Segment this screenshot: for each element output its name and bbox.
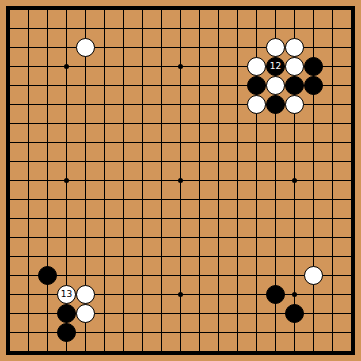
- board-intersection[interactable]: [285, 133, 304, 152]
- board-intersection[interactable]: [209, 114, 228, 133]
- stone-black[interactable]: [304, 76, 323, 95]
- board-intersection[interactable]: [323, 323, 342, 342]
- board-intersection[interactable]: [38, 342, 57, 361]
- board-intersection[interactable]: [0, 133, 19, 152]
- board-intersection[interactable]: [266, 152, 285, 171]
- board-intersection[interactable]: [19, 76, 38, 95]
- board-intersection[interactable]: [209, 190, 228, 209]
- board-intersection[interactable]: [304, 95, 323, 114]
- board-intersection[interactable]: [171, 95, 190, 114]
- board-intersection[interactable]: [57, 76, 76, 95]
- board-intersection[interactable]: [190, 323, 209, 342]
- board-intersection[interactable]: [247, 228, 266, 247]
- board-intersection[interactable]: [209, 133, 228, 152]
- board-intersection[interactable]: [38, 190, 57, 209]
- board-intersection[interactable]: [209, 76, 228, 95]
- board-intersection[interactable]: [133, 19, 152, 38]
- board-intersection[interactable]: [323, 285, 342, 304]
- board-intersection[interactable]: [19, 95, 38, 114]
- board-intersection[interactable]: [285, 0, 304, 19]
- board-intersection[interactable]: [57, 152, 76, 171]
- board-intersection[interactable]: [304, 228, 323, 247]
- board-intersection[interactable]: [190, 114, 209, 133]
- board-intersection[interactable]: [342, 171, 361, 190]
- board-intersection[interactable]: [76, 247, 95, 266]
- board-intersection[interactable]: [38, 209, 57, 228]
- board-intersection[interactable]: [266, 114, 285, 133]
- board-intersection[interactable]: [0, 190, 19, 209]
- board-intersection[interactable]: [19, 228, 38, 247]
- board-intersection[interactable]: [228, 57, 247, 76]
- board-intersection[interactable]: [342, 247, 361, 266]
- board-intersection[interactable]: [266, 209, 285, 228]
- board-intersection[interactable]: [0, 323, 19, 342]
- board-intersection[interactable]: [57, 190, 76, 209]
- board-intersection[interactable]: [209, 57, 228, 76]
- board-intersection[interactable]: [95, 209, 114, 228]
- board-intersection[interactable]: [342, 57, 361, 76]
- board-intersection[interactable]: [76, 190, 95, 209]
- board-intersection[interactable]: [342, 285, 361, 304]
- board-intersection[interactable]: [57, 133, 76, 152]
- board-intersection[interactable]: [114, 57, 133, 76]
- board-intersection[interactable]: [190, 152, 209, 171]
- board-intersection[interactable]: [190, 38, 209, 57]
- board-intersection[interactable]: [342, 114, 361, 133]
- board-intersection[interactable]: [304, 323, 323, 342]
- board-intersection[interactable]: [114, 0, 133, 19]
- board-intersection[interactable]: [57, 95, 76, 114]
- board-intersection[interactable]: [133, 342, 152, 361]
- board-intersection[interactable]: [323, 247, 342, 266]
- board-intersection[interactable]: [152, 95, 171, 114]
- board-intersection[interactable]: [171, 323, 190, 342]
- board-intersection[interactable]: [190, 209, 209, 228]
- board-intersection[interactable]: [190, 95, 209, 114]
- board-intersection[interactable]: [228, 76, 247, 95]
- board-intersection[interactable]: [209, 285, 228, 304]
- board-intersection[interactable]: [76, 76, 95, 95]
- board-intersection[interactable]: [76, 266, 95, 285]
- board-intersection[interactable]: [0, 114, 19, 133]
- board-intersection[interactable]: [0, 247, 19, 266]
- board-intersection[interactable]: [19, 190, 38, 209]
- board-intersection[interactable]: [304, 190, 323, 209]
- board-intersection[interactable]: [0, 228, 19, 247]
- board-intersection[interactable]: [342, 76, 361, 95]
- board-intersection[interactable]: [247, 266, 266, 285]
- board-intersection[interactable]: [133, 323, 152, 342]
- board-intersection[interactable]: [323, 152, 342, 171]
- board-intersection[interactable]: [114, 209, 133, 228]
- board-intersection[interactable]: [76, 209, 95, 228]
- board-intersection[interactable]: [304, 19, 323, 38]
- board-intersection[interactable]: [38, 133, 57, 152]
- board-intersection[interactable]: [228, 19, 247, 38]
- stone-white[interactable]: [285, 57, 304, 76]
- board-intersection[interactable]: [152, 190, 171, 209]
- board-intersection[interactable]: [57, 247, 76, 266]
- board-intersection[interactable]: [114, 266, 133, 285]
- board-intersection[interactable]: [209, 342, 228, 361]
- board-intersection[interactable]: [152, 266, 171, 285]
- board-intersection[interactable]: [171, 209, 190, 228]
- board-intersection[interactable]: [95, 76, 114, 95]
- board-intersection[interactable]: [247, 152, 266, 171]
- board-intersection[interactable]: [19, 38, 38, 57]
- board-intersection[interactable]: [114, 323, 133, 342]
- board-intersection[interactable]: [228, 266, 247, 285]
- board-intersection[interactable]: [285, 190, 304, 209]
- board-intersection[interactable]: [266, 19, 285, 38]
- board-intersection[interactable]: [95, 323, 114, 342]
- board-intersection[interactable]: [228, 152, 247, 171]
- board-intersection[interactable]: [247, 19, 266, 38]
- board-intersection[interactable]: [171, 342, 190, 361]
- board-intersection[interactable]: [152, 342, 171, 361]
- board-intersection[interactable]: [323, 19, 342, 38]
- board-intersection[interactable]: [152, 285, 171, 304]
- board-intersection[interactable]: [38, 95, 57, 114]
- board-intersection[interactable]: [342, 133, 361, 152]
- board-intersection[interactable]: [133, 133, 152, 152]
- board-intersection[interactable]: [38, 114, 57, 133]
- board-intersection[interactable]: [95, 266, 114, 285]
- board-intersection[interactable]: [323, 342, 342, 361]
- board-intersection[interactable]: [285, 228, 304, 247]
- board-intersection[interactable]: [209, 95, 228, 114]
- board-intersection[interactable]: [171, 152, 190, 171]
- board-intersection[interactable]: [76, 133, 95, 152]
- stone-white[interactable]: [76, 285, 95, 304]
- stone-white[interactable]: [247, 57, 266, 76]
- board-intersection[interactable]: [114, 19, 133, 38]
- board-intersection[interactable]: [95, 342, 114, 361]
- board-intersection[interactable]: [114, 228, 133, 247]
- board-intersection[interactable]: [171, 133, 190, 152]
- board-intersection[interactable]: [323, 95, 342, 114]
- board-intersection[interactable]: [228, 323, 247, 342]
- board-intersection[interactable]: [247, 38, 266, 57]
- board-intersection[interactable]: [133, 57, 152, 76]
- board-intersection[interactable]: [323, 228, 342, 247]
- board-intersection[interactable]: [304, 0, 323, 19]
- board-intersection[interactable]: [38, 0, 57, 19]
- board-intersection[interactable]: [323, 171, 342, 190]
- board-intersection[interactable]: [152, 228, 171, 247]
- board-intersection[interactable]: [190, 304, 209, 323]
- board-intersection[interactable]: [285, 266, 304, 285]
- board-intersection[interactable]: [76, 323, 95, 342]
- board-intersection[interactable]: [133, 190, 152, 209]
- board-intersection[interactable]: [342, 342, 361, 361]
- board-intersection[interactable]: [133, 228, 152, 247]
- board-intersection[interactable]: [171, 228, 190, 247]
- stone-white[interactable]: [76, 304, 95, 323]
- board-intersection[interactable]: [114, 76, 133, 95]
- board-intersection[interactable]: [304, 285, 323, 304]
- board-intersection[interactable]: [171, 38, 190, 57]
- board-intersection[interactable]: [228, 304, 247, 323]
- board-intersection[interactable]: [57, 342, 76, 361]
- board-intersection[interactable]: [38, 304, 57, 323]
- board-intersection[interactable]: [304, 247, 323, 266]
- board-intersection[interactable]: [76, 228, 95, 247]
- board-intersection[interactable]: [171, 0, 190, 19]
- board-intersection[interactable]: [304, 114, 323, 133]
- board-intersection[interactable]: [76, 342, 95, 361]
- board-intersection[interactable]: [133, 114, 152, 133]
- board-intersection[interactable]: [76, 152, 95, 171]
- board-intersection[interactable]: [19, 247, 38, 266]
- board-intersection[interactable]: [228, 171, 247, 190]
- board-intersection[interactable]: [342, 304, 361, 323]
- board-intersection[interactable]: [57, 209, 76, 228]
- board-intersection[interactable]: [133, 304, 152, 323]
- board-intersection[interactable]: [152, 304, 171, 323]
- board-intersection[interactable]: [323, 57, 342, 76]
- board-intersection[interactable]: [266, 304, 285, 323]
- board-intersection[interactable]: [190, 228, 209, 247]
- board-intersection[interactable]: [95, 228, 114, 247]
- board-intersection[interactable]: [209, 266, 228, 285]
- board-intersection[interactable]: [171, 304, 190, 323]
- board-intersection[interactable]: [209, 247, 228, 266]
- board-intersection[interactable]: [133, 247, 152, 266]
- board-intersection[interactable]: [228, 0, 247, 19]
- board-intersection[interactable]: [285, 114, 304, 133]
- board-intersection[interactable]: [133, 95, 152, 114]
- board-intersection[interactable]: [95, 38, 114, 57]
- board-intersection[interactable]: [152, 38, 171, 57]
- board-intersection[interactable]: [0, 342, 19, 361]
- board-intersection[interactable]: [114, 247, 133, 266]
- board-intersection[interactable]: [342, 0, 361, 19]
- board-intersection[interactable]: [323, 266, 342, 285]
- board-intersection[interactable]: [342, 152, 361, 171]
- board-intersection[interactable]: [133, 0, 152, 19]
- board-intersection[interactable]: [152, 209, 171, 228]
- board-intersection[interactable]: [95, 304, 114, 323]
- board-intersection[interactable]: [171, 266, 190, 285]
- board-intersection[interactable]: [190, 76, 209, 95]
- board-intersection[interactable]: [171, 114, 190, 133]
- board-intersection[interactable]: [114, 95, 133, 114]
- board-intersection[interactable]: [95, 171, 114, 190]
- board-intersection[interactable]: [152, 76, 171, 95]
- board-intersection[interactable]: [0, 95, 19, 114]
- board-intersection[interactable]: [76, 171, 95, 190]
- board-intersection[interactable]: [152, 152, 171, 171]
- stone-black[interactable]: [38, 266, 57, 285]
- stone-white[interactable]: [247, 95, 266, 114]
- board-intersection[interactable]: [133, 209, 152, 228]
- board-intersection[interactable]: [247, 0, 266, 19]
- board-intersection[interactable]: [114, 285, 133, 304]
- board-intersection[interactable]: [209, 228, 228, 247]
- board-intersection[interactable]: [95, 285, 114, 304]
- board-intersection[interactable]: [209, 171, 228, 190]
- board-intersection[interactable]: [228, 38, 247, 57]
- board-intersection[interactable]: [0, 209, 19, 228]
- board-intersection[interactable]: [266, 228, 285, 247]
- board-intersection[interactable]: [133, 38, 152, 57]
- board-intersection[interactable]: [76, 114, 95, 133]
- board-intersection[interactable]: [247, 133, 266, 152]
- board-intersection[interactable]: [323, 0, 342, 19]
- board-intersection[interactable]: [285, 342, 304, 361]
- stone-white[interactable]: [304, 266, 323, 285]
- board-intersection[interactable]: [190, 133, 209, 152]
- board-intersection[interactable]: [304, 304, 323, 323]
- board-intersection[interactable]: [228, 114, 247, 133]
- board-intersection[interactable]: [38, 57, 57, 76]
- board-intersection[interactable]: [133, 152, 152, 171]
- board-intersection[interactable]: [95, 0, 114, 19]
- board-intersection[interactable]: [57, 19, 76, 38]
- board-intersection[interactable]: [19, 0, 38, 19]
- board-intersection[interactable]: [304, 133, 323, 152]
- board-intersection[interactable]: [19, 114, 38, 133]
- board-intersection[interactable]: [38, 76, 57, 95]
- board-intersection[interactable]: [19, 285, 38, 304]
- board-intersection[interactable]: [266, 171, 285, 190]
- board-intersection[interactable]: [38, 285, 57, 304]
- board-intersection[interactable]: [95, 133, 114, 152]
- board-intersection[interactable]: [133, 171, 152, 190]
- board-intersection[interactable]: [95, 114, 114, 133]
- board-intersection[interactable]: [0, 19, 19, 38]
- board-intersection[interactable]: [304, 209, 323, 228]
- board-intersection[interactable]: [152, 19, 171, 38]
- board-intersection[interactable]: [342, 190, 361, 209]
- board-intersection[interactable]: [247, 342, 266, 361]
- board-intersection[interactable]: [38, 152, 57, 171]
- board-intersection[interactable]: [57, 266, 76, 285]
- board-intersection[interactable]: [19, 342, 38, 361]
- board-intersection[interactable]: [209, 38, 228, 57]
- board-intersection[interactable]: [247, 247, 266, 266]
- board-intersection[interactable]: [19, 209, 38, 228]
- board-intersection[interactable]: [152, 323, 171, 342]
- board-intersection[interactable]: [190, 57, 209, 76]
- board-intersection[interactable]: [247, 323, 266, 342]
- stone-white[interactable]: 13: [57, 285, 76, 304]
- board-intersection[interactable]: [114, 171, 133, 190]
- stone-white[interactable]: [76, 38, 95, 57]
- board-intersection[interactable]: [57, 0, 76, 19]
- board-intersection[interactable]: [228, 209, 247, 228]
- board-intersection[interactable]: [323, 304, 342, 323]
- board-intersection[interactable]: [38, 19, 57, 38]
- board-intersection[interactable]: [133, 76, 152, 95]
- board-intersection[interactable]: [247, 114, 266, 133]
- board-intersection[interactable]: [323, 38, 342, 57]
- board-intersection[interactable]: [266, 190, 285, 209]
- board-intersection[interactable]: [342, 209, 361, 228]
- board-intersection[interactable]: [247, 171, 266, 190]
- board-intersection[interactable]: [190, 0, 209, 19]
- board-intersection[interactable]: [209, 323, 228, 342]
- stone-black[interactable]: [57, 323, 76, 342]
- board-intersection[interactable]: [209, 304, 228, 323]
- stone-black[interactable]: [266, 285, 285, 304]
- stone-black[interactable]: [285, 76, 304, 95]
- board-intersection[interactable]: [19, 57, 38, 76]
- stone-black[interactable]: [285, 304, 304, 323]
- stone-black[interactable]: 12: [266, 57, 285, 76]
- stone-white[interactable]: [266, 38, 285, 57]
- board-intersection[interactable]: [38, 38, 57, 57]
- board-intersection[interactable]: [171, 76, 190, 95]
- board-intersection[interactable]: [228, 133, 247, 152]
- board-intersection[interactable]: [19, 266, 38, 285]
- board-intersection[interactable]: [228, 228, 247, 247]
- board-intersection[interactable]: [114, 342, 133, 361]
- stone-black[interactable]: [304, 57, 323, 76]
- board-intersection[interactable]: [95, 57, 114, 76]
- board-intersection[interactable]: [152, 0, 171, 19]
- board-intersection[interactable]: [247, 209, 266, 228]
- board-intersection[interactable]: [342, 19, 361, 38]
- board-intersection[interactable]: [152, 247, 171, 266]
- board-intersection[interactable]: [304, 342, 323, 361]
- board-intersection[interactable]: [247, 304, 266, 323]
- board-intersection[interactable]: [133, 285, 152, 304]
- board-intersection[interactable]: [304, 38, 323, 57]
- board-intersection[interactable]: [228, 95, 247, 114]
- board-intersection[interactable]: [171, 247, 190, 266]
- board-intersection[interactable]: [209, 0, 228, 19]
- board-intersection[interactable]: [38, 323, 57, 342]
- board-intersection[interactable]: [19, 323, 38, 342]
- board-intersection[interactable]: [342, 38, 361, 57]
- board-intersection[interactable]: [0, 266, 19, 285]
- board-intersection[interactable]: [342, 95, 361, 114]
- board-intersection[interactable]: [0, 171, 19, 190]
- board-intersection[interactable]: [152, 133, 171, 152]
- board-intersection[interactable]: [0, 0, 19, 19]
- board-intersection[interactable]: [95, 19, 114, 38]
- board-intersection[interactable]: [190, 247, 209, 266]
- board-intersection[interactable]: [285, 19, 304, 38]
- board-intersection[interactable]: [304, 152, 323, 171]
- board-intersection[interactable]: [209, 152, 228, 171]
- board-intersection[interactable]: [0, 285, 19, 304]
- board-intersection[interactable]: [190, 19, 209, 38]
- board-intersection[interactable]: [266, 133, 285, 152]
- board-intersection[interactable]: [228, 190, 247, 209]
- board-intersection[interactable]: [95, 95, 114, 114]
- board-intersection[interactable]: [266, 342, 285, 361]
- board-intersection[interactable]: [342, 323, 361, 342]
- board-intersection[interactable]: [190, 342, 209, 361]
- board-intersection[interactable]: [171, 190, 190, 209]
- board-intersection[interactable]: [285, 152, 304, 171]
- board-intersection[interactable]: [95, 152, 114, 171]
- board-intersection[interactable]: [38, 228, 57, 247]
- board-intersection[interactable]: [114, 304, 133, 323]
- stone-black[interactable]: [57, 304, 76, 323]
- board-intersection[interactable]: [209, 19, 228, 38]
- board-intersection[interactable]: [266, 266, 285, 285]
- board-intersection[interactable]: [209, 209, 228, 228]
- board-intersection[interactable]: [76, 19, 95, 38]
- board-intersection[interactable]: [38, 171, 57, 190]
- board-intersection[interactable]: [76, 95, 95, 114]
- board-intersection[interactable]: [285, 323, 304, 342]
- board-intersection[interactable]: [114, 114, 133, 133]
